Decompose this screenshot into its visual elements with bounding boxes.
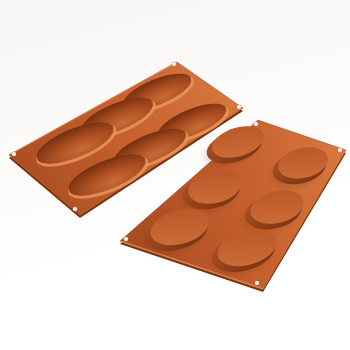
product-photo: Two terracotta orange silicone baking mo… (0, 0, 350, 350)
mold-illustration (0, 0, 350, 350)
corner-hole (237, 105, 242, 110)
corner-hole (73, 207, 78, 212)
corner-hole (338, 148, 343, 153)
corner-hole (12, 152, 17, 157)
corner-hole (255, 281, 260, 286)
corner-hole (172, 62, 177, 67)
corner-hole (254, 122, 259, 127)
corner-hole (124, 237, 129, 242)
